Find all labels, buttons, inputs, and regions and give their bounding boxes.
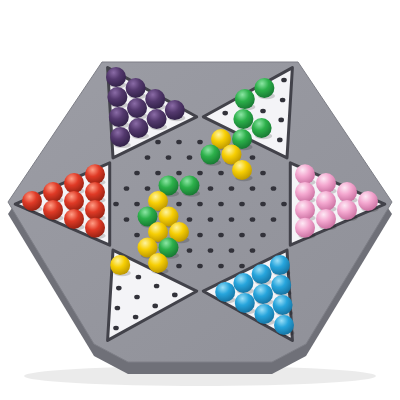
pink-marble[interactable] bbox=[295, 218, 315, 238]
board-hole[interactable] bbox=[250, 217, 256, 222]
board-hole[interactable] bbox=[133, 315, 139, 320]
pink-marble[interactable] bbox=[337, 200, 357, 220]
board-hole[interactable] bbox=[260, 233, 266, 238]
board-hole[interactable] bbox=[187, 248, 193, 253]
board-hole[interactable] bbox=[250, 248, 256, 253]
chinese-checkers-board-svg bbox=[0, 0, 400, 400]
blue-marble[interactable] bbox=[253, 284, 273, 304]
board-hole[interactable] bbox=[134, 233, 140, 238]
red-marble[interactable] bbox=[64, 173, 84, 193]
board-hole[interactable] bbox=[260, 109, 266, 114]
board-hole[interactable] bbox=[172, 293, 178, 298]
board-hole[interactable] bbox=[134, 295, 140, 300]
purple-marble[interactable] bbox=[165, 100, 185, 120]
board-hole[interactable] bbox=[281, 202, 287, 207]
board-hole[interactable] bbox=[197, 171, 203, 176]
board-hole[interactable] bbox=[281, 78, 287, 83]
board-hole[interactable] bbox=[124, 217, 130, 222]
board-hole[interactable] bbox=[116, 286, 122, 291]
board-hole[interactable] bbox=[239, 233, 245, 238]
board-hole[interactable] bbox=[250, 155, 256, 160]
board-hole[interactable] bbox=[155, 140, 161, 145]
board-hole[interactable] bbox=[218, 264, 224, 269]
board-hole[interactable] bbox=[271, 217, 277, 222]
purple-marble[interactable] bbox=[106, 67, 126, 87]
red-marble[interactable] bbox=[43, 182, 63, 202]
board-hole[interactable] bbox=[280, 98, 286, 103]
red-marble[interactable] bbox=[43, 200, 63, 220]
board-hole[interactable] bbox=[208, 186, 214, 191]
board-hole[interactable] bbox=[187, 217, 193, 222]
board-hole[interactable] bbox=[166, 155, 172, 160]
board-hole[interactable] bbox=[113, 202, 119, 207]
board-hole[interactable] bbox=[229, 186, 235, 191]
green-marble[interactable] bbox=[254, 78, 274, 98]
red-marble[interactable] bbox=[64, 191, 84, 211]
board-hole[interactable] bbox=[113, 326, 119, 331]
yellow-marble[interactable] bbox=[148, 253, 168, 273]
red-marble[interactable] bbox=[22, 191, 42, 211]
board-hole[interactable] bbox=[278, 118, 284, 123]
pink-marble[interactable] bbox=[358, 191, 378, 211]
purple-marble[interactable] bbox=[127, 98, 147, 118]
board-hole[interactable] bbox=[152, 304, 158, 309]
pink-marble[interactable] bbox=[295, 164, 315, 184]
board-hole[interactable] bbox=[218, 202, 224, 207]
blue-marble[interactable] bbox=[233, 273, 253, 293]
board-hole[interactable] bbox=[218, 171, 224, 176]
board-hole[interactable] bbox=[208, 248, 214, 253]
green-marble[interactable] bbox=[252, 118, 272, 138]
yellow-marble[interactable] bbox=[232, 160, 252, 180]
board-hole[interactable] bbox=[250, 186, 256, 191]
board-hole[interactable] bbox=[222, 111, 228, 116]
board-hole[interactable] bbox=[154, 284, 160, 289]
red-marble[interactable] bbox=[85, 218, 105, 238]
board-hole[interactable] bbox=[197, 264, 203, 269]
green-marble[interactable] bbox=[235, 89, 255, 109]
purple-marble[interactable] bbox=[109, 107, 129, 127]
blue-marble[interactable] bbox=[274, 315, 294, 335]
blue-marble[interactable] bbox=[254, 304, 274, 324]
pink-marble[interactable] bbox=[316, 209, 336, 229]
red-marble[interactable] bbox=[85, 164, 105, 184]
purple-marble[interactable] bbox=[128, 118, 148, 138]
pink-marble[interactable] bbox=[337, 182, 357, 202]
board-hole[interactable] bbox=[155, 171, 161, 176]
board-hole[interactable] bbox=[145, 155, 151, 160]
board-hole[interactable] bbox=[124, 186, 130, 191]
board-hole[interactable] bbox=[208, 217, 214, 222]
board-hole[interactable] bbox=[176, 264, 182, 269]
blue-marble[interactable] bbox=[215, 282, 235, 302]
blue-marble[interactable] bbox=[252, 264, 272, 284]
purple-marble[interactable] bbox=[147, 109, 167, 129]
purple-marble[interactable] bbox=[110, 127, 130, 147]
board-hole[interactable] bbox=[277, 138, 283, 143]
board-hole[interactable] bbox=[239, 264, 245, 269]
blue-marble[interactable] bbox=[235, 293, 255, 313]
red-marble[interactable] bbox=[64, 209, 84, 229]
board-hole[interactable] bbox=[134, 202, 140, 207]
blue-marble[interactable] bbox=[271, 275, 291, 295]
blue-marble[interactable] bbox=[273, 295, 293, 315]
board-hole[interactable] bbox=[187, 155, 193, 160]
board-hole[interactable] bbox=[197, 233, 203, 238]
board-hole[interactable] bbox=[197, 202, 203, 207]
board-hole[interactable] bbox=[239, 202, 245, 207]
purple-marble[interactable] bbox=[126, 78, 146, 98]
board-hole[interactable] bbox=[260, 202, 266, 207]
purple-marble[interactable] bbox=[145, 89, 165, 109]
board-hole[interactable] bbox=[176, 202, 182, 207]
red-marble[interactable] bbox=[85, 200, 105, 220]
green-marble[interactable] bbox=[233, 109, 253, 129]
pink-marble[interactable] bbox=[295, 200, 315, 220]
board-hole[interactable] bbox=[134, 171, 140, 176]
blue-marble[interactable] bbox=[270, 255, 290, 275]
board-hole[interactable] bbox=[176, 140, 182, 145]
green-marble[interactable] bbox=[180, 176, 200, 196]
board-hole[interactable] bbox=[176, 171, 182, 176]
green-marble[interactable] bbox=[201, 145, 221, 165]
red-marble[interactable] bbox=[85, 182, 105, 202]
chinese-checkers-board bbox=[0, 0, 400, 400]
pink-marble[interactable] bbox=[316, 191, 336, 211]
board-hole[interactable] bbox=[145, 186, 151, 191]
purple-marble[interactable] bbox=[107, 87, 127, 107]
pink-marble[interactable] bbox=[295, 182, 315, 202]
pink-marble[interactable] bbox=[316, 173, 336, 193]
board-hole[interactable] bbox=[136, 275, 142, 280]
board-hole[interactable] bbox=[197, 140, 203, 145]
board-hole[interactable] bbox=[271, 186, 277, 191]
board-hole[interactable] bbox=[115, 306, 121, 311]
board-hole[interactable] bbox=[229, 248, 235, 253]
board-hole[interactable] bbox=[260, 171, 266, 176]
board-hole[interactable] bbox=[218, 233, 224, 238]
yellow-marble[interactable] bbox=[110, 255, 130, 275]
board-hole[interactable] bbox=[229, 217, 235, 222]
